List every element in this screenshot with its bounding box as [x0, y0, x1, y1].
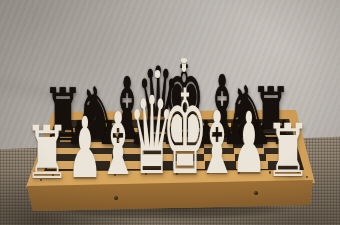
black-king-finial-ball	[181, 58, 187, 63]
piece-white-rook: ♜	[24, 118, 70, 191]
pieces-layer: ♜♞♝♛♚♝♞♜♟♟♟♟♟♟♟♟♜♟♝♛♚♝♟♜	[0, 0, 340, 225]
black-king-finial	[182, 61, 186, 72]
piece-white-rook: ♜	[265, 116, 311, 189]
piece-white-pawn: ♟	[232, 100, 266, 184]
black-queen-finial	[155, 70, 160, 78]
chess-photo-scene: ♜♞♝♛♚♝♞♜♟♟♟♟♟♟♟♟♜♟♝♛♚♝♟♜	[0, 0, 340, 225]
